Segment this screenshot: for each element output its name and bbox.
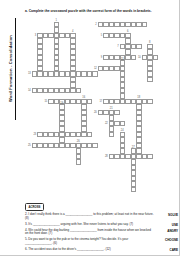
clue-number: 3 xyxy=(32,33,38,39)
grid-cell[interactable] xyxy=(136,44,142,50)
clue-text: 4. We could hear the dog barking _______… xyxy=(25,229,155,237)
clue-number: 20 xyxy=(92,110,98,116)
clue-item: 6. The accident was due to the driver's … xyxy=(25,248,178,252)
clue-base-word: CARE xyxy=(158,248,178,252)
clue-item: 5. Do you want to go to the pub or to th… xyxy=(25,238,178,246)
clue-item: 3. It's ________________ arguing with he… xyxy=(25,223,178,227)
grid-cell[interactable] xyxy=(147,77,153,83)
sidebar: Word Formation - Consolidation xyxy=(6,18,16,120)
grid-cell[interactable] xyxy=(92,143,98,149)
clue-item: 2. I don't really think there is a _____… xyxy=(25,213,178,221)
clue-number: 21 xyxy=(109,104,115,110)
clue-number: 24 xyxy=(120,126,126,132)
clue-base-word: SOLVE xyxy=(158,213,178,221)
clue-number: 1 xyxy=(54,16,60,22)
clue-number: 26 xyxy=(76,137,82,143)
clue-number: 14 xyxy=(26,88,32,94)
clue-number: 8 xyxy=(147,38,153,44)
clue-number: 28 xyxy=(103,154,109,160)
clue-number: 15 xyxy=(43,99,49,105)
clue-number: 17 xyxy=(98,99,104,105)
grid-cell[interactable] xyxy=(92,71,98,77)
grid-cell[interactable] xyxy=(87,99,93,105)
crossword-board: 2357910121314151720222325281468111618192… xyxy=(26,16,158,192)
clue-text: 5. Do you want to go to the pub or to th… xyxy=(25,238,155,246)
grid-cell[interactable] xyxy=(131,187,137,193)
clue-text: 6. The accident was due to the driver's … xyxy=(25,248,155,252)
clue-number: 23 xyxy=(32,132,38,138)
clue-number: 10 xyxy=(136,55,142,61)
across-box-label: ACROSS xyxy=(25,203,44,211)
sidebar-label: Word Formation - Consolidation xyxy=(8,35,13,102)
clue-number: 18 xyxy=(136,93,142,99)
grid-cell[interactable] xyxy=(147,99,153,105)
clue-base-word: CHOOSE xyxy=(158,238,178,246)
grid-cell[interactable] xyxy=(153,55,159,61)
clue-number: 9 xyxy=(98,55,104,61)
clue-number: 25 xyxy=(26,143,32,149)
clue-number: 13 xyxy=(26,71,32,77)
worksheet-title: a. Complete the crossword puzzle with th… xyxy=(25,10,177,14)
clue-number: 2 xyxy=(92,22,98,28)
clue-item: 4. We could hear the dog barking _______… xyxy=(25,229,178,237)
clue-text: 3. It's ________________ arguing with he… xyxy=(25,223,155,227)
clue-number: 7 xyxy=(114,44,120,50)
clue-number: 11 xyxy=(120,55,126,61)
worksheet-page: { "game": "crossword", "page": { "sideba… xyxy=(0,0,180,256)
grid-cell[interactable] xyxy=(87,132,93,138)
grid-cell[interactable] xyxy=(147,154,153,160)
grid-cell[interactable] xyxy=(142,22,148,28)
clue-base-word: ANGRY xyxy=(158,229,178,237)
clue-number: 27 xyxy=(131,143,137,149)
clue-text: 2. I don't really think there is a _____… xyxy=(25,213,155,221)
grid-cell[interactable] xyxy=(114,110,120,116)
grid-cell[interactable] xyxy=(109,132,115,138)
clue-base-word: USE xyxy=(158,223,178,227)
clue-number: 12 xyxy=(92,66,98,72)
clue-number: 6 xyxy=(125,27,131,33)
clue-number: 4 xyxy=(70,27,76,33)
clue-number: 19 xyxy=(59,99,65,105)
clue-number: 5 xyxy=(98,33,104,39)
grid-cell[interactable] xyxy=(76,159,82,165)
clue-number: 16 xyxy=(81,93,87,99)
clue-number: 22 xyxy=(103,121,109,127)
clues-section: ACROSS 2. I don't really think there is … xyxy=(25,194,178,254)
